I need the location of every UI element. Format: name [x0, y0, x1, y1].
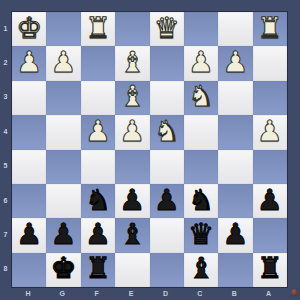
rank-label-1: 1 — [0, 11, 11, 45]
square-a4[interactable]: ♟ — [253, 115, 287, 149]
rank-label-8: 8 — [0, 252, 11, 286]
square-f4[interactable]: ♟ — [81, 115, 115, 149]
piece-black-king: ♚ — [51, 254, 77, 283]
piece-white-knight: ♞ — [154, 117, 180, 146]
piece-white-bishop: ♝ — [119, 82, 145, 111]
rank-label-6: 6 — [0, 183, 11, 217]
piece-white-king: ♚ — [16, 14, 42, 43]
square-b6[interactable] — [218, 184, 252, 218]
square-e7[interactable]: ♝ — [115, 218, 149, 252]
piece-black-pawn: ♟ — [119, 186, 145, 215]
square-d4[interactable]: ♞ — [150, 115, 184, 149]
piece-black-bishop: ♝ — [188, 254, 214, 283]
square-c1[interactable] — [184, 12, 218, 46]
piece-black-rook: ♜ — [85, 254, 111, 283]
square-e4[interactable]: ♟ — [115, 115, 149, 149]
square-b8[interactable] — [218, 253, 252, 287]
square-d2[interactable] — [150, 46, 184, 80]
square-f1[interactable]: ♜ — [81, 12, 115, 46]
piece-white-knight: ♞ — [188, 82, 214, 111]
square-g2[interactable]: ♟ — [46, 46, 80, 80]
rank-label-5: 5 — [0, 149, 11, 183]
square-b1[interactable] — [218, 12, 252, 46]
piece-white-pawn: ♟ — [16, 48, 42, 77]
piece-black-pawn: ♟ — [85, 220, 111, 249]
square-f3[interactable] — [81, 81, 115, 115]
square-h6[interactable] — [12, 184, 46, 218]
piece-black-pawn: ♟ — [16, 220, 42, 249]
rank-label-3: 3 — [0, 80, 11, 114]
square-h8[interactable] — [12, 253, 46, 287]
square-a8[interactable]: ♜ — [253, 253, 287, 287]
rank-label-2: 2 — [0, 45, 11, 79]
square-h2[interactable]: ♟ — [12, 46, 46, 80]
square-e2[interactable]: ♝ — [115, 46, 149, 80]
rank-label-7: 7 — [0, 217, 11, 251]
square-f8[interactable]: ♜ — [81, 253, 115, 287]
file-label-d: D — [149, 286, 183, 300]
square-g5[interactable] — [46, 150, 80, 184]
file-label-a: A — [252, 286, 286, 300]
square-a2[interactable] — [253, 46, 287, 80]
square-f2[interactable] — [81, 46, 115, 80]
file-label-h: H — [11, 286, 45, 300]
piece-white-pawn: ♟ — [257, 117, 283, 146]
square-h4[interactable] — [12, 115, 46, 149]
square-c6[interactable]: ♞ — [184, 184, 218, 218]
file-label-b: B — [217, 286, 251, 300]
square-b3[interactable] — [218, 81, 252, 115]
chess-board: ♚♜♛♜♟♟♝♟♟♝♞♟♟♞♟♞♟♟♞♟♟♟♟♝♛♟♚♜♝♜ — [11, 11, 288, 288]
square-a5[interactable] — [253, 150, 287, 184]
square-a6[interactable]: ♟ — [253, 184, 287, 218]
file-label-f: F — [80, 286, 114, 300]
square-d5[interactable] — [150, 150, 184, 184]
square-b2[interactable]: ♟ — [218, 46, 252, 80]
square-h5[interactable] — [12, 150, 46, 184]
piece-white-pawn: ♟ — [222, 48, 248, 77]
square-e1[interactable] — [115, 12, 149, 46]
square-g6[interactable] — [46, 184, 80, 218]
chess-board-frame: 12345678 ♚♜♛♜♟♟♝♟♟♝♞♟♟♞♟♞♟♟♞♟♟♟♟♝♛♟♚♜♝♜ … — [0, 0, 300, 300]
square-g4[interactable] — [46, 115, 80, 149]
piece-white-pawn: ♟ — [188, 48, 214, 77]
square-e6[interactable]: ♟ — [115, 184, 149, 218]
square-c8[interactable]: ♝ — [184, 253, 218, 287]
square-e3[interactable]: ♝ — [115, 81, 149, 115]
square-g1[interactable] — [46, 12, 80, 46]
piece-black-rook: ♜ — [257, 254, 283, 283]
move-indicator-dot — [291, 289, 298, 296]
square-d8[interactable] — [150, 253, 184, 287]
file-label-c: C — [183, 286, 217, 300]
piece-white-rook: ♜ — [257, 14, 283, 43]
square-d3[interactable] — [150, 81, 184, 115]
square-g8[interactable]: ♚ — [46, 253, 80, 287]
square-e5[interactable] — [115, 150, 149, 184]
square-c3[interactable]: ♞ — [184, 81, 218, 115]
square-b7[interactable]: ♟ — [218, 218, 252, 252]
piece-white-pawn: ♟ — [119, 117, 145, 146]
square-c7[interactable]: ♛ — [184, 218, 218, 252]
rank-label-4: 4 — [0, 114, 11, 148]
square-b5[interactable] — [218, 150, 252, 184]
piece-white-pawn: ♟ — [51, 48, 77, 77]
square-c5[interactable] — [184, 150, 218, 184]
square-d7[interactable] — [150, 218, 184, 252]
square-g7[interactable]: ♟ — [46, 218, 80, 252]
file-label-e: E — [114, 286, 148, 300]
square-h7[interactable]: ♟ — [12, 218, 46, 252]
rank-labels: 12345678 — [0, 11, 11, 286]
square-f7[interactable]: ♟ — [81, 218, 115, 252]
file-labels: HGFEDCBA — [11, 286, 286, 300]
square-a7[interactable] — [253, 218, 287, 252]
square-c4[interactable] — [184, 115, 218, 149]
file-label-g: G — [45, 286, 79, 300]
piece-black-pawn: ♟ — [51, 220, 77, 249]
square-g3[interactable] — [46, 81, 80, 115]
piece-white-pawn: ♟ — [85, 117, 111, 146]
piece-white-rook: ♜ — [85, 14, 111, 43]
piece-white-queen: ♛ — [154, 14, 180, 43]
square-f6[interactable]: ♞ — [81, 184, 115, 218]
square-a3[interactable] — [253, 81, 287, 115]
piece-black-bishop: ♝ — [119, 220, 145, 249]
square-e8[interactable] — [115, 253, 149, 287]
piece-black-knight: ♞ — [85, 186, 111, 215]
square-h3[interactable] — [12, 81, 46, 115]
piece-white-bishop: ♝ — [119, 48, 145, 77]
square-d1[interactable]: ♛ — [150, 12, 184, 46]
square-b4[interactable] — [218, 115, 252, 149]
square-c2[interactable]: ♟ — [184, 46, 218, 80]
piece-black-pawn: ♟ — [257, 186, 283, 215]
piece-black-knight: ♞ — [188, 186, 214, 215]
piece-black-queen: ♛ — [188, 220, 214, 249]
square-h1[interactable]: ♚ — [12, 12, 46, 46]
piece-black-pawn: ♟ — [154, 186, 180, 215]
square-d6[interactable]: ♟ — [150, 184, 184, 218]
square-a1[interactable]: ♜ — [253, 12, 287, 46]
square-f5[interactable] — [81, 150, 115, 184]
piece-black-pawn: ♟ — [222, 220, 248, 249]
